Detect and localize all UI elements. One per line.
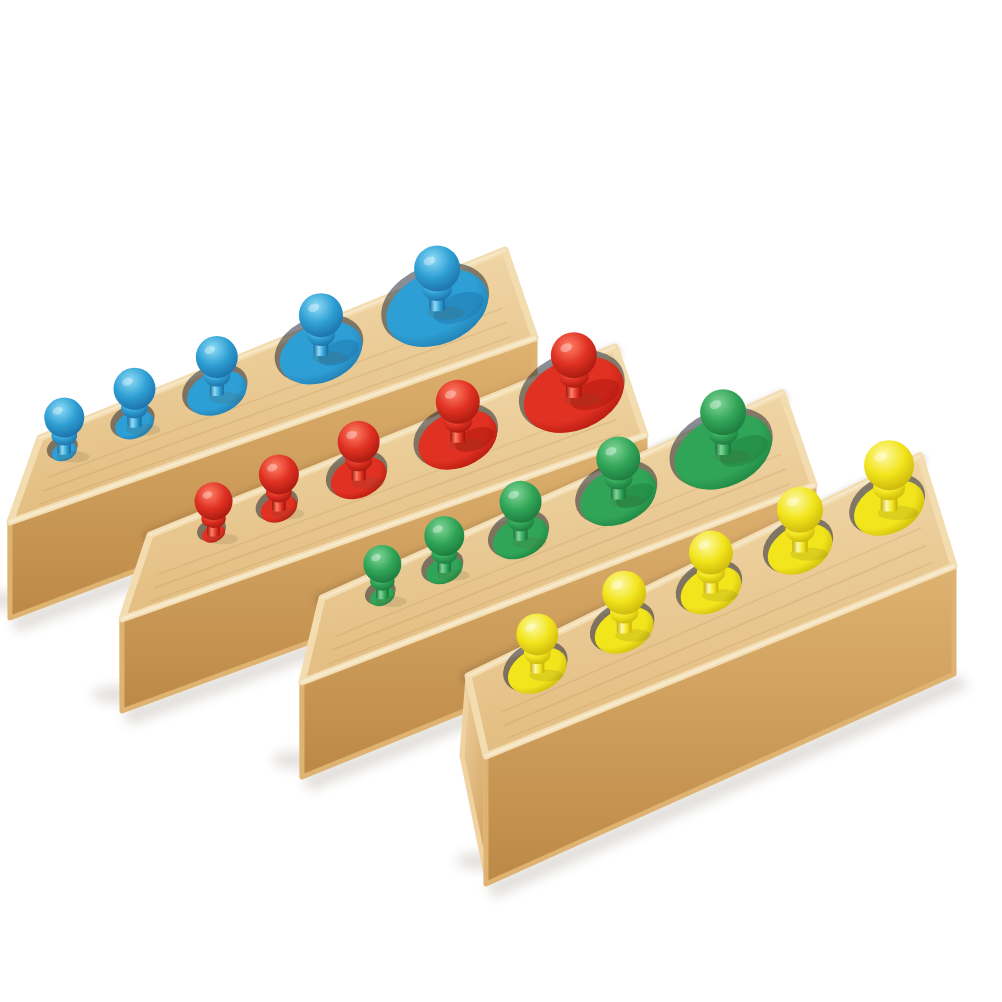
knob-ball xyxy=(602,571,646,615)
knob-ball xyxy=(44,398,84,438)
knob-ball xyxy=(299,293,343,337)
product-photo xyxy=(0,0,1002,1002)
knob-ball xyxy=(195,482,233,520)
knob-ball xyxy=(596,437,640,481)
knob-ball xyxy=(363,545,401,583)
knob-ball xyxy=(338,421,380,463)
knob-ball xyxy=(864,440,914,490)
knob-ball xyxy=(259,454,299,494)
knob-ball xyxy=(500,481,542,523)
cylinder-blocks-scene xyxy=(0,0,1002,1002)
knob-ball xyxy=(424,516,464,556)
knob-ball xyxy=(436,380,480,424)
knob-ball xyxy=(516,613,558,655)
knob-ball xyxy=(196,336,238,378)
knob-ball xyxy=(551,332,597,378)
knob-ball xyxy=(689,531,733,575)
knob-ball xyxy=(414,246,460,292)
knob-ball xyxy=(777,487,823,533)
knob-ball xyxy=(700,389,746,435)
knob-ball xyxy=(114,368,156,410)
